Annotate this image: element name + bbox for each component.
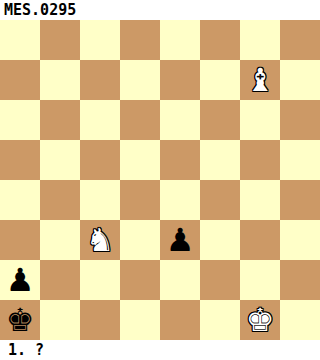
square-e3[interactable]: ♟ bbox=[160, 220, 200, 260]
square-f3[interactable] bbox=[200, 220, 240, 260]
square-e7[interactable] bbox=[160, 60, 200, 100]
square-d4[interactable] bbox=[120, 180, 160, 220]
square-e1[interactable] bbox=[160, 300, 200, 340]
black-pawn-e3: ♟ bbox=[166, 220, 195, 260]
square-h8[interactable] bbox=[280, 20, 320, 60]
square-g7[interactable]: ♝ bbox=[240, 60, 280, 100]
square-h5[interactable] bbox=[280, 140, 320, 180]
square-b1[interactable] bbox=[40, 300, 80, 340]
square-d1[interactable] bbox=[120, 300, 160, 340]
square-a1[interactable]: ♚ bbox=[0, 300, 40, 340]
square-c2[interactable] bbox=[80, 260, 120, 300]
square-a4[interactable] bbox=[0, 180, 40, 220]
square-f5[interactable] bbox=[200, 140, 240, 180]
square-g3[interactable] bbox=[240, 220, 280, 260]
square-a5[interactable] bbox=[0, 140, 40, 180]
square-f8[interactable] bbox=[200, 20, 240, 60]
square-f1[interactable] bbox=[200, 300, 240, 340]
square-c3[interactable]: ♞ bbox=[80, 220, 120, 260]
square-d6[interactable] bbox=[120, 100, 160, 140]
square-g1[interactable]: ♚ bbox=[240, 300, 280, 340]
square-c4[interactable] bbox=[80, 180, 120, 220]
white-bishop-g7: ♝ bbox=[246, 60, 275, 100]
chess-board: ♝♞♟♟♚♚ bbox=[0, 20, 320, 340]
square-h4[interactable] bbox=[280, 180, 320, 220]
square-b3[interactable] bbox=[40, 220, 80, 260]
white-knight-c3: ♞ bbox=[86, 220, 115, 260]
square-h6[interactable] bbox=[280, 100, 320, 140]
square-e2[interactable] bbox=[160, 260, 200, 300]
square-d2[interactable] bbox=[120, 260, 160, 300]
square-g4[interactable] bbox=[240, 180, 280, 220]
square-d8[interactable] bbox=[120, 20, 160, 60]
square-h1[interactable] bbox=[280, 300, 320, 340]
square-d5[interactable] bbox=[120, 140, 160, 180]
move-prompt: 1. ? bbox=[8, 340, 44, 360]
square-c7[interactable] bbox=[80, 60, 120, 100]
square-d3[interactable] bbox=[120, 220, 160, 260]
square-f7[interactable] bbox=[200, 60, 240, 100]
square-f2[interactable] bbox=[200, 260, 240, 300]
square-e8[interactable] bbox=[160, 20, 200, 60]
square-e6[interactable] bbox=[160, 100, 200, 140]
square-a7[interactable] bbox=[0, 60, 40, 100]
square-g6[interactable] bbox=[240, 100, 280, 140]
square-b5[interactable] bbox=[40, 140, 80, 180]
black-pawn-a2: ♟ bbox=[6, 260, 35, 300]
square-e5[interactable] bbox=[160, 140, 200, 180]
square-a3[interactable] bbox=[0, 220, 40, 260]
square-c1[interactable] bbox=[80, 300, 120, 340]
square-a6[interactable] bbox=[0, 100, 40, 140]
square-c6[interactable] bbox=[80, 100, 120, 140]
black-king-a1: ♚ bbox=[6, 300, 35, 340]
square-b7[interactable] bbox=[40, 60, 80, 100]
header: MES.0295 bbox=[0, 0, 320, 20]
square-h7[interactable] bbox=[280, 60, 320, 100]
square-a8[interactable] bbox=[0, 20, 40, 60]
square-b6[interactable] bbox=[40, 100, 80, 140]
chess-program-window: MES.0295 ♝♞♟♟♚♚ 1. ? bbox=[0, 0, 320, 360]
square-e4[interactable] bbox=[160, 180, 200, 220]
square-h2[interactable] bbox=[280, 260, 320, 300]
square-a2[interactable]: ♟ bbox=[0, 260, 40, 300]
white-king-g1: ♚ bbox=[246, 300, 275, 340]
square-c8[interactable] bbox=[80, 20, 120, 60]
square-g8[interactable] bbox=[240, 20, 280, 60]
square-d7[interactable] bbox=[120, 60, 160, 100]
puzzle-id-title: MES.0295 bbox=[4, 0, 76, 20]
square-f4[interactable] bbox=[200, 180, 240, 220]
square-f6[interactable] bbox=[200, 100, 240, 140]
square-g2[interactable] bbox=[240, 260, 280, 300]
square-g5[interactable] bbox=[240, 140, 280, 180]
footer: 1. ? bbox=[0, 340, 320, 360]
square-b8[interactable] bbox=[40, 20, 80, 60]
square-h3[interactable] bbox=[280, 220, 320, 260]
square-c5[interactable] bbox=[80, 140, 120, 180]
square-b4[interactable] bbox=[40, 180, 80, 220]
square-b2[interactable] bbox=[40, 260, 80, 300]
